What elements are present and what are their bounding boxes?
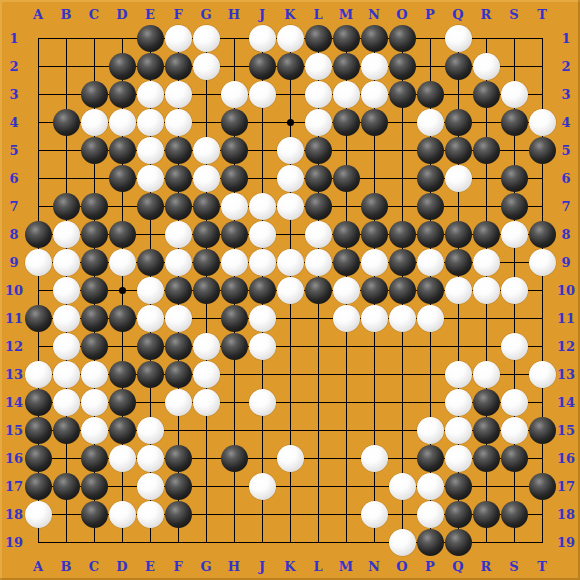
intersection-B8[interactable]	[52, 220, 80, 248]
intersection-M8[interactable]	[332, 220, 360, 248]
intersection-L1[interactable]	[304, 24, 332, 52]
intersection-F17[interactable]	[164, 472, 192, 500]
intersection-M12[interactable]	[332, 332, 360, 360]
intersection-A1[interactable]	[24, 24, 52, 52]
intersection-G5[interactable]	[192, 136, 220, 164]
intersection-F7[interactable]	[164, 192, 192, 220]
intersection-N12[interactable]	[360, 332, 388, 360]
intersection-G13[interactable]	[192, 360, 220, 388]
intersection-F14[interactable]	[164, 388, 192, 416]
intersection-P8[interactable]	[416, 220, 444, 248]
intersection-P11[interactable]	[416, 304, 444, 332]
intersection-N6[interactable]	[360, 164, 388, 192]
intersection-F3[interactable]	[164, 80, 192, 108]
intersection-K15[interactable]	[276, 416, 304, 444]
intersection-T18[interactable]	[528, 500, 556, 528]
intersection-F13[interactable]	[164, 360, 192, 388]
intersection-R2[interactable]	[472, 52, 500, 80]
intersection-Q17[interactable]	[444, 472, 472, 500]
intersection-P2[interactable]	[416, 52, 444, 80]
intersection-E7[interactable]	[136, 192, 164, 220]
intersection-C6[interactable]	[80, 164, 108, 192]
intersection-R17[interactable]	[472, 472, 500, 500]
intersection-N17[interactable]	[360, 472, 388, 500]
intersection-C5[interactable]	[80, 136, 108, 164]
intersection-E1[interactable]	[136, 24, 164, 52]
intersection-Q13[interactable]	[444, 360, 472, 388]
intersection-N19[interactable]	[360, 528, 388, 556]
intersection-K1[interactable]	[276, 24, 304, 52]
intersection-L17[interactable]	[304, 472, 332, 500]
intersection-J11[interactable]	[248, 304, 276, 332]
intersection-G18[interactable]	[192, 500, 220, 528]
intersection-S2[interactable]	[500, 52, 528, 80]
intersection-J1[interactable]	[248, 24, 276, 52]
intersection-M11[interactable]	[332, 304, 360, 332]
intersection-A9[interactable]	[24, 248, 52, 276]
intersection-M9[interactable]	[332, 248, 360, 276]
intersection-A10[interactable]	[24, 276, 52, 304]
intersection-H4[interactable]	[220, 108, 248, 136]
intersection-G7[interactable]	[192, 192, 220, 220]
intersection-S6[interactable]	[500, 164, 528, 192]
intersection-J6[interactable]	[248, 164, 276, 192]
intersection-T5[interactable]	[528, 136, 556, 164]
intersection-G2[interactable]	[192, 52, 220, 80]
intersection-N14[interactable]	[360, 388, 388, 416]
intersection-H17[interactable]	[220, 472, 248, 500]
intersection-A5[interactable]	[24, 136, 52, 164]
intersection-F9[interactable]	[164, 248, 192, 276]
intersection-H15[interactable]	[220, 416, 248, 444]
intersection-C17[interactable]	[80, 472, 108, 500]
intersection-K4[interactable]	[276, 108, 304, 136]
intersection-N16[interactable]	[360, 444, 388, 472]
intersection-M13[interactable]	[332, 360, 360, 388]
intersection-M1[interactable]	[332, 24, 360, 52]
intersection-J10[interactable]	[248, 276, 276, 304]
intersection-J2[interactable]	[248, 52, 276, 80]
intersection-Q1[interactable]	[444, 24, 472, 52]
intersection-M18[interactable]	[332, 500, 360, 528]
intersection-E18[interactable]	[136, 500, 164, 528]
intersection-H12[interactable]	[220, 332, 248, 360]
intersection-O6[interactable]	[388, 164, 416, 192]
intersection-E4[interactable]	[136, 108, 164, 136]
intersection-O13[interactable]	[388, 360, 416, 388]
intersection-L12[interactable]	[304, 332, 332, 360]
intersection-Q11[interactable]	[444, 304, 472, 332]
intersection-S12[interactable]	[500, 332, 528, 360]
intersection-E11[interactable]	[136, 304, 164, 332]
intersection-O11[interactable]	[388, 304, 416, 332]
intersection-T11[interactable]	[528, 304, 556, 332]
intersection-G10[interactable]	[192, 276, 220, 304]
intersection-H8[interactable]	[220, 220, 248, 248]
intersection-C9[interactable]	[80, 248, 108, 276]
intersection-G17[interactable]	[192, 472, 220, 500]
intersection-Q14[interactable]	[444, 388, 472, 416]
intersection-P4[interactable]	[416, 108, 444, 136]
intersection-Q19[interactable]	[444, 528, 472, 556]
intersection-P9[interactable]	[416, 248, 444, 276]
intersection-R18[interactable]	[472, 500, 500, 528]
intersection-L3[interactable]	[304, 80, 332, 108]
intersection-F2[interactable]	[164, 52, 192, 80]
intersection-L6[interactable]	[304, 164, 332, 192]
intersection-S1[interactable]	[500, 24, 528, 52]
intersection-G19[interactable]	[192, 528, 220, 556]
intersection-K18[interactable]	[276, 500, 304, 528]
intersection-T2[interactable]	[528, 52, 556, 80]
intersection-J18[interactable]	[248, 500, 276, 528]
intersection-S9[interactable]	[500, 248, 528, 276]
intersection-G9[interactable]	[192, 248, 220, 276]
intersection-M14[interactable]	[332, 388, 360, 416]
intersection-C7[interactable]	[80, 192, 108, 220]
intersection-L2[interactable]	[304, 52, 332, 80]
intersection-E15[interactable]	[136, 416, 164, 444]
intersection-E9[interactable]	[136, 248, 164, 276]
intersection-R11[interactable]	[472, 304, 500, 332]
intersection-B6[interactable]	[52, 164, 80, 192]
intersection-T17[interactable]	[528, 472, 556, 500]
intersection-B18[interactable]	[52, 500, 80, 528]
intersection-O10[interactable]	[388, 276, 416, 304]
intersection-B12[interactable]	[52, 332, 80, 360]
intersection-H3[interactable]	[220, 80, 248, 108]
intersection-S14[interactable]	[500, 388, 528, 416]
intersection-A7[interactable]	[24, 192, 52, 220]
intersection-O9[interactable]	[388, 248, 416, 276]
intersection-D12[interactable]	[108, 332, 136, 360]
intersection-F15[interactable]	[164, 416, 192, 444]
intersection-C4[interactable]	[80, 108, 108, 136]
intersection-C13[interactable]	[80, 360, 108, 388]
intersection-A3[interactable]	[24, 80, 52, 108]
intersection-N18[interactable]	[360, 500, 388, 528]
intersection-D17[interactable]	[108, 472, 136, 500]
intersection-E16[interactable]	[136, 444, 164, 472]
intersection-D16[interactable]	[108, 444, 136, 472]
intersection-N1[interactable]	[360, 24, 388, 52]
intersection-L7[interactable]	[304, 192, 332, 220]
intersection-D6[interactable]	[108, 164, 136, 192]
intersection-C1[interactable]	[80, 24, 108, 52]
intersection-R19[interactable]	[472, 528, 500, 556]
intersection-C8[interactable]	[80, 220, 108, 248]
intersection-M4[interactable]	[332, 108, 360, 136]
intersection-R4[interactable]	[472, 108, 500, 136]
intersection-T14[interactable]	[528, 388, 556, 416]
intersection-H9[interactable]	[220, 248, 248, 276]
intersection-S8[interactable]	[500, 220, 528, 248]
intersection-Q16[interactable]	[444, 444, 472, 472]
intersection-K19[interactable]	[276, 528, 304, 556]
intersection-L14[interactable]	[304, 388, 332, 416]
intersection-J12[interactable]	[248, 332, 276, 360]
intersection-M17[interactable]	[332, 472, 360, 500]
intersection-L16[interactable]	[304, 444, 332, 472]
intersection-Q4[interactable]	[444, 108, 472, 136]
intersection-B15[interactable]	[52, 416, 80, 444]
intersection-P13[interactable]	[416, 360, 444, 388]
intersection-D7[interactable]	[108, 192, 136, 220]
intersection-F4[interactable]	[164, 108, 192, 136]
intersection-C15[interactable]	[80, 416, 108, 444]
intersection-L11[interactable]	[304, 304, 332, 332]
intersection-F5[interactable]	[164, 136, 192, 164]
intersection-C14[interactable]	[80, 388, 108, 416]
intersection-C18[interactable]	[80, 500, 108, 528]
intersection-B4[interactable]	[52, 108, 80, 136]
intersection-B7[interactable]	[52, 192, 80, 220]
intersection-T3[interactable]	[528, 80, 556, 108]
intersection-O1[interactable]	[388, 24, 416, 52]
intersection-L18[interactable]	[304, 500, 332, 528]
intersection-P1[interactable]	[416, 24, 444, 52]
intersection-R10[interactable]	[472, 276, 500, 304]
intersection-T6[interactable]	[528, 164, 556, 192]
intersection-S4[interactable]	[500, 108, 528, 136]
intersection-D2[interactable]	[108, 52, 136, 80]
intersection-P10[interactable]	[416, 276, 444, 304]
intersection-L19[interactable]	[304, 528, 332, 556]
intersection-R16[interactable]	[472, 444, 500, 472]
intersection-S10[interactable]	[500, 276, 528, 304]
intersection-C11[interactable]	[80, 304, 108, 332]
intersection-O4[interactable]	[388, 108, 416, 136]
intersection-G14[interactable]	[192, 388, 220, 416]
intersection-N2[interactable]	[360, 52, 388, 80]
intersection-N5[interactable]	[360, 136, 388, 164]
intersection-O14[interactable]	[388, 388, 416, 416]
intersection-R1[interactable]	[472, 24, 500, 52]
intersection-J3[interactable]	[248, 80, 276, 108]
intersection-P12[interactable]	[416, 332, 444, 360]
intersection-T12[interactable]	[528, 332, 556, 360]
intersection-M6[interactable]	[332, 164, 360, 192]
intersection-J7[interactable]	[248, 192, 276, 220]
intersection-F1[interactable]	[164, 24, 192, 52]
intersection-B2[interactable]	[52, 52, 80, 80]
intersection-Q5[interactable]	[444, 136, 472, 164]
intersection-K16[interactable]	[276, 444, 304, 472]
intersection-D8[interactable]	[108, 220, 136, 248]
intersection-S15[interactable]	[500, 416, 528, 444]
intersection-P17[interactable]	[416, 472, 444, 500]
intersection-L8[interactable]	[304, 220, 332, 248]
intersection-C2[interactable]	[80, 52, 108, 80]
intersection-F18[interactable]	[164, 500, 192, 528]
intersection-M15[interactable]	[332, 416, 360, 444]
intersection-N10[interactable]	[360, 276, 388, 304]
intersection-O5[interactable]	[388, 136, 416, 164]
intersection-E13[interactable]	[136, 360, 164, 388]
intersection-A11[interactable]	[24, 304, 52, 332]
intersection-T4[interactable]	[528, 108, 556, 136]
intersection-S19[interactable]	[500, 528, 528, 556]
intersection-E17[interactable]	[136, 472, 164, 500]
intersection-J19[interactable]	[248, 528, 276, 556]
intersection-D4[interactable]	[108, 108, 136, 136]
intersection-Q2[interactable]	[444, 52, 472, 80]
intersection-P15[interactable]	[416, 416, 444, 444]
intersection-H10[interactable]	[220, 276, 248, 304]
intersection-T15[interactable]	[528, 416, 556, 444]
intersection-K8[interactable]	[276, 220, 304, 248]
intersection-N7[interactable]	[360, 192, 388, 220]
intersection-B17[interactable]	[52, 472, 80, 500]
intersection-E12[interactable]	[136, 332, 164, 360]
intersection-S16[interactable]	[500, 444, 528, 472]
intersection-M16[interactable]	[332, 444, 360, 472]
intersection-J17[interactable]	[248, 472, 276, 500]
intersection-H18[interactable]	[220, 500, 248, 528]
intersection-T8[interactable]	[528, 220, 556, 248]
intersection-F6[interactable]	[164, 164, 192, 192]
intersection-L13[interactable]	[304, 360, 332, 388]
intersection-J9[interactable]	[248, 248, 276, 276]
intersection-O19[interactable]	[388, 528, 416, 556]
intersection-B16[interactable]	[52, 444, 80, 472]
intersection-P5[interactable]	[416, 136, 444, 164]
intersection-E2[interactable]	[136, 52, 164, 80]
intersection-C19[interactable]	[80, 528, 108, 556]
intersection-C16[interactable]	[80, 444, 108, 472]
intersection-K14[interactable]	[276, 388, 304, 416]
intersection-S18[interactable]	[500, 500, 528, 528]
intersection-G6[interactable]	[192, 164, 220, 192]
intersection-B14[interactable]	[52, 388, 80, 416]
intersection-K6[interactable]	[276, 164, 304, 192]
intersection-Q8[interactable]	[444, 220, 472, 248]
intersection-D15[interactable]	[108, 416, 136, 444]
intersection-K11[interactable]	[276, 304, 304, 332]
intersection-M7[interactable]	[332, 192, 360, 220]
intersection-T19[interactable]	[528, 528, 556, 556]
intersection-N3[interactable]	[360, 80, 388, 108]
intersection-F10[interactable]	[164, 276, 192, 304]
intersection-A2[interactable]	[24, 52, 52, 80]
intersection-H7[interactable]	[220, 192, 248, 220]
intersection-A19[interactable]	[24, 528, 52, 556]
intersection-G4[interactable]	[192, 108, 220, 136]
intersection-F16[interactable]	[164, 444, 192, 472]
intersection-J5[interactable]	[248, 136, 276, 164]
intersection-R15[interactable]	[472, 416, 500, 444]
intersection-D1[interactable]	[108, 24, 136, 52]
intersection-G11[interactable]	[192, 304, 220, 332]
intersection-G1[interactable]	[192, 24, 220, 52]
intersection-G3[interactable]	[192, 80, 220, 108]
intersection-N15[interactable]	[360, 416, 388, 444]
intersection-J14[interactable]	[248, 388, 276, 416]
intersection-B9[interactable]	[52, 248, 80, 276]
intersection-F11[interactable]	[164, 304, 192, 332]
intersection-O15[interactable]	[388, 416, 416, 444]
intersection-K2[interactable]	[276, 52, 304, 80]
go-board[interactable]	[24, 24, 556, 556]
intersection-P6[interactable]	[416, 164, 444, 192]
intersection-N11[interactable]	[360, 304, 388, 332]
intersection-B13[interactable]	[52, 360, 80, 388]
intersection-L15[interactable]	[304, 416, 332, 444]
intersection-J4[interactable]	[248, 108, 276, 136]
intersection-G16[interactable]	[192, 444, 220, 472]
intersection-C3[interactable]	[80, 80, 108, 108]
intersection-Q9[interactable]	[444, 248, 472, 276]
intersection-A15[interactable]	[24, 416, 52, 444]
intersection-R7[interactable]	[472, 192, 500, 220]
intersection-C10[interactable]	[80, 276, 108, 304]
intersection-D19[interactable]	[108, 528, 136, 556]
intersection-K17[interactable]	[276, 472, 304, 500]
intersection-L4[interactable]	[304, 108, 332, 136]
intersection-E5[interactable]	[136, 136, 164, 164]
intersection-F19[interactable]	[164, 528, 192, 556]
intersection-O2[interactable]	[388, 52, 416, 80]
intersection-S13[interactable]	[500, 360, 528, 388]
intersection-M2[interactable]	[332, 52, 360, 80]
intersection-Q12[interactable]	[444, 332, 472, 360]
intersection-D14[interactable]	[108, 388, 136, 416]
intersection-K5[interactable]	[276, 136, 304, 164]
intersection-H14[interactable]	[220, 388, 248, 416]
intersection-O8[interactable]	[388, 220, 416, 248]
intersection-K13[interactable]	[276, 360, 304, 388]
intersection-R14[interactable]	[472, 388, 500, 416]
intersection-Q15[interactable]	[444, 416, 472, 444]
intersection-C12[interactable]	[80, 332, 108, 360]
intersection-E8[interactable]	[136, 220, 164, 248]
intersection-S3[interactable]	[500, 80, 528, 108]
intersection-T9[interactable]	[528, 248, 556, 276]
intersection-T10[interactable]	[528, 276, 556, 304]
intersection-H19[interactable]	[220, 528, 248, 556]
intersection-H2[interactable]	[220, 52, 248, 80]
intersection-M3[interactable]	[332, 80, 360, 108]
intersection-K10[interactable]	[276, 276, 304, 304]
intersection-Q7[interactable]	[444, 192, 472, 220]
intersection-R3[interactable]	[472, 80, 500, 108]
intersection-K7[interactable]	[276, 192, 304, 220]
intersection-R5[interactable]	[472, 136, 500, 164]
intersection-A13[interactable]	[24, 360, 52, 388]
intersection-D3[interactable]	[108, 80, 136, 108]
intersection-B10[interactable]	[52, 276, 80, 304]
intersection-H11[interactable]	[220, 304, 248, 332]
intersection-E14[interactable]	[136, 388, 164, 416]
intersection-R8[interactable]	[472, 220, 500, 248]
intersection-S5[interactable]	[500, 136, 528, 164]
intersection-P3[interactable]	[416, 80, 444, 108]
intersection-H5[interactable]	[220, 136, 248, 164]
intersection-R13[interactable]	[472, 360, 500, 388]
intersection-R6[interactable]	[472, 164, 500, 192]
intersection-P14[interactable]	[416, 388, 444, 416]
intersection-M10[interactable]	[332, 276, 360, 304]
intersection-O7[interactable]	[388, 192, 416, 220]
intersection-Q6[interactable]	[444, 164, 472, 192]
intersection-P7[interactable]	[416, 192, 444, 220]
intersection-D11[interactable]	[108, 304, 136, 332]
intersection-O17[interactable]	[388, 472, 416, 500]
intersection-D18[interactable]	[108, 500, 136, 528]
intersection-D5[interactable]	[108, 136, 136, 164]
intersection-R12[interactable]	[472, 332, 500, 360]
intersection-E10[interactable]	[136, 276, 164, 304]
